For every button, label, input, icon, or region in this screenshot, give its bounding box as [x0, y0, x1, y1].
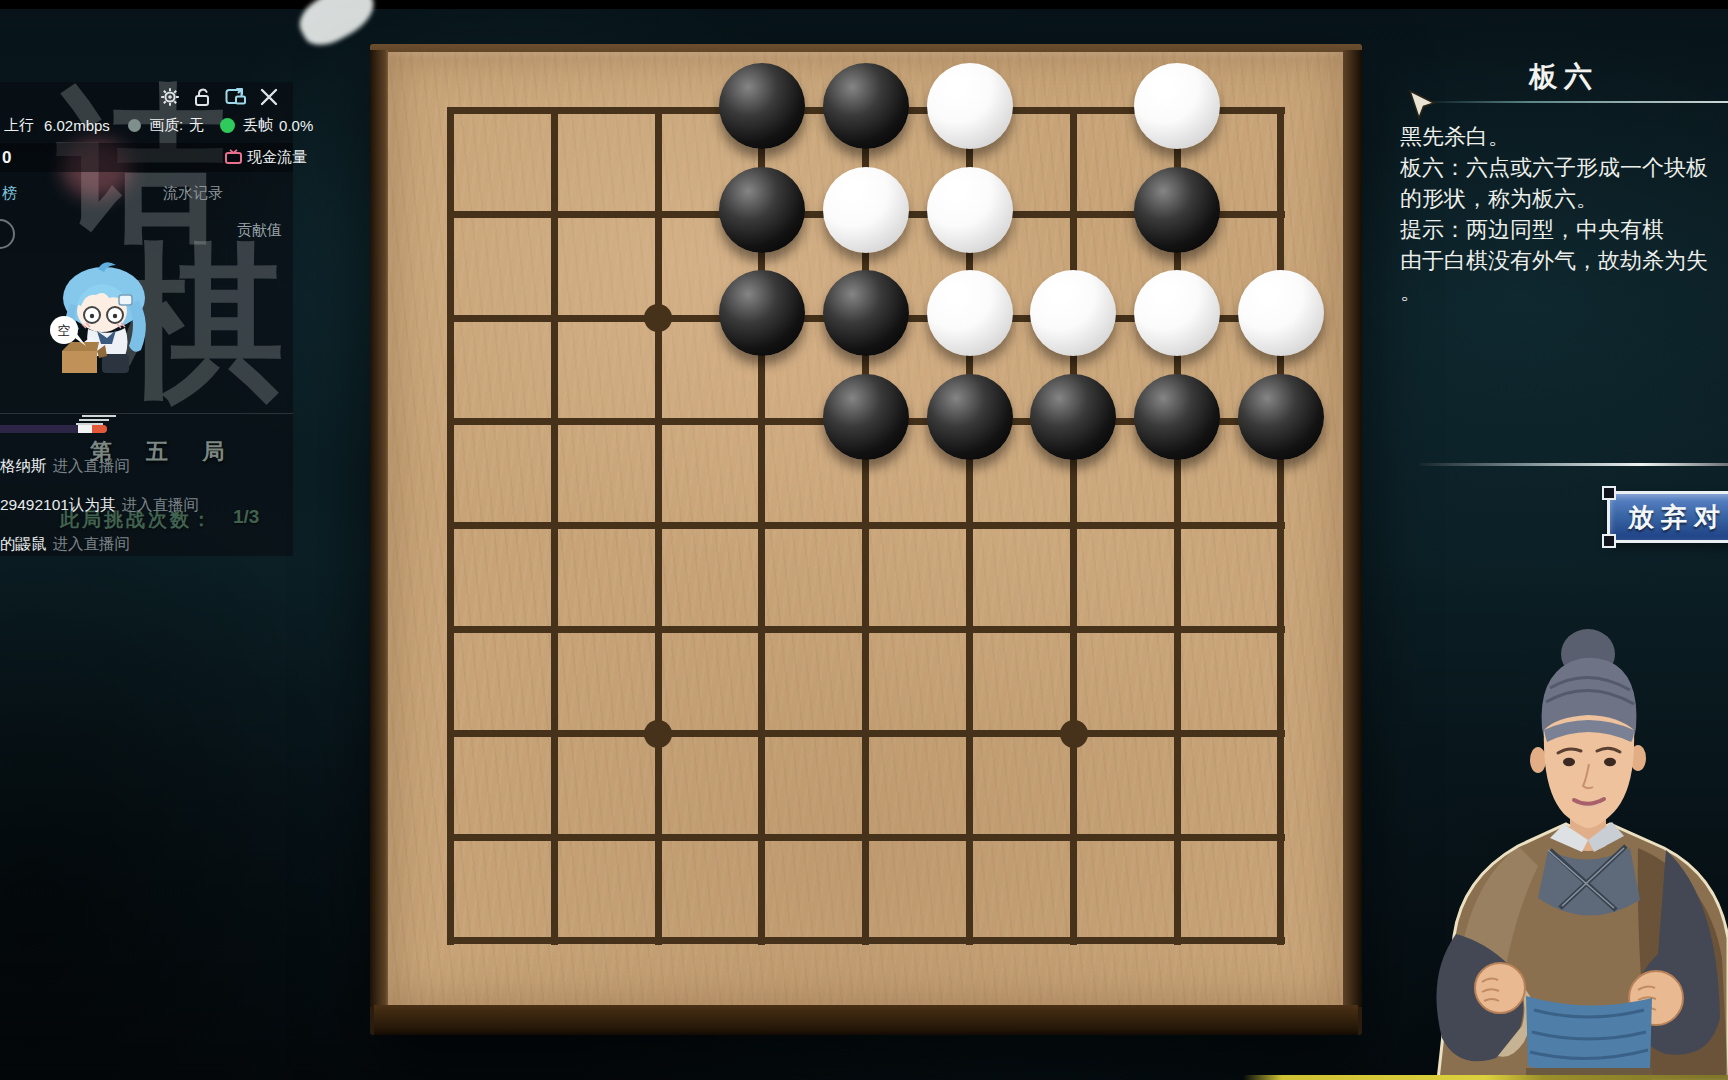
- black-stone: [823, 270, 909, 356]
- mascot-avatar: 空: [40, 262, 160, 380]
- dropped-frames-dot: [220, 118, 235, 133]
- viewer-entry-message: 的鼹鼠进入直播间: [0, 534, 130, 555]
- tv-icon: [225, 149, 242, 167]
- drop-value: 0.0%: [279, 117, 313, 134]
- tab-flow-records[interactable]: 流水记录: [163, 184, 223, 203]
- bottom-yellow-strip: [1243, 1075, 1728, 1080]
- close-icon[interactable]: [260, 88, 278, 106]
- board-left-edge: [370, 50, 388, 1007]
- top-black-bar: [0, 0, 1728, 9]
- black-stone: [927, 374, 1013, 460]
- white-stone: [1134, 270, 1220, 356]
- cash-amount: 0: [2, 148, 11, 168]
- black-stone: [1134, 167, 1220, 253]
- progress-segment-orange: [92, 425, 107, 433]
- progress-bar: [0, 425, 107, 433]
- white-stone: [927, 63, 1013, 149]
- puzzle-text-line: 。: [1400, 276, 1728, 307]
- panel-divider-line: [0, 413, 293, 414]
- viewer-entry-message: 29492101认为其进入直播间: [0, 495, 199, 516]
- puzzle-objective: 黑先杀白。: [1400, 121, 1728, 152]
- board-right-edge: [1343, 50, 1362, 1007]
- black-stone: [719, 63, 805, 149]
- white-stone: [1030, 270, 1116, 356]
- white-stone: [1238, 270, 1324, 356]
- challenge-count-value: 1/3: [233, 506, 259, 528]
- quality-status-dot: [128, 119, 141, 132]
- give-up-button[interactable]: 放弃对: [1607, 491, 1728, 543]
- quality-value: 无: [189, 116, 204, 135]
- black-stone: [823, 374, 909, 460]
- stream-overlay-panel: 诘 棋: [0, 82, 293, 556]
- white-stone: [927, 167, 1013, 253]
- button-corner-ornament: [1602, 486, 1616, 500]
- black-stone: [719, 270, 805, 356]
- bubble-text: 空: [58, 323, 71, 338]
- cash-flow-label: 现金流量: [247, 148, 307, 167]
- unlock-icon[interactable]: [193, 87, 212, 107]
- board-bottom-edge: [374, 1005, 1358, 1035]
- white-stone: [823, 167, 909, 253]
- give-up-button-label: 放弃对: [1610, 500, 1727, 535]
- black-stone: [719, 167, 805, 253]
- upload-value: 6.02mbps: [44, 117, 110, 134]
- puzzle-hint-line: 提示：两边同型，中央有棋: [1400, 214, 1728, 245]
- drop-label: 丢帧: [243, 116, 273, 135]
- npc-character: [1398, 598, 1728, 1080]
- upload-label: 上行: [4, 116, 34, 135]
- game-screen: 板六 黑先杀白。 板六：六点或六子形成一个块板 的形状，称为板六。 提示：两边同…: [0, 0, 1728, 1080]
- gear-icon[interactable]: [160, 87, 180, 107]
- panel-divider: [1420, 463, 1728, 466]
- stones-layer: [399, 59, 1333, 993]
- avatar: [0, 219, 15, 249]
- black-stone: [823, 63, 909, 149]
- black-stone: [1134, 374, 1220, 460]
- black-stone: [1238, 374, 1324, 460]
- black-stone: [1030, 374, 1116, 460]
- title-divider: [1424, 101, 1728, 103]
- puzzle-description: 黑先杀白。 板六：六点或六子形成一个块板 的形状，称为板六。 提示：两边同型，中…: [1400, 121, 1728, 307]
- cash-flow-bar: 0 现金流量: [0, 143, 293, 172]
- tab-rank[interactable]: 榜: [2, 184, 17, 203]
- quality-label: 画质:: [149, 116, 183, 135]
- button-corner-ornament: [1602, 534, 1616, 548]
- stream-stats-row: 上行 6.02mbps 画质: 无 丢帧 0.0%: [4, 115, 313, 135]
- white-stone: [927, 270, 1013, 356]
- viewer-entry-message: 格纳斯进入直播间: [0, 456, 130, 477]
- white-stone: [1134, 63, 1220, 149]
- puzzle-hint-line: 由于白棋没有外气，故劫杀为失: [1400, 245, 1728, 276]
- contribution-row: 贡献值: [0, 221, 293, 243]
- puzzle-text-line: 板六：六点或六子形成一个块板: [1400, 152, 1728, 183]
- puzzle-title: 板六: [1400, 58, 1728, 96]
- progress-segment-white: [78, 425, 92, 433]
- contribution-label: 贡献值: [237, 221, 282, 240]
- popout-icon[interactable]: [225, 87, 247, 107]
- puzzle-text-line: 的形状，称为板六。: [1400, 183, 1728, 214]
